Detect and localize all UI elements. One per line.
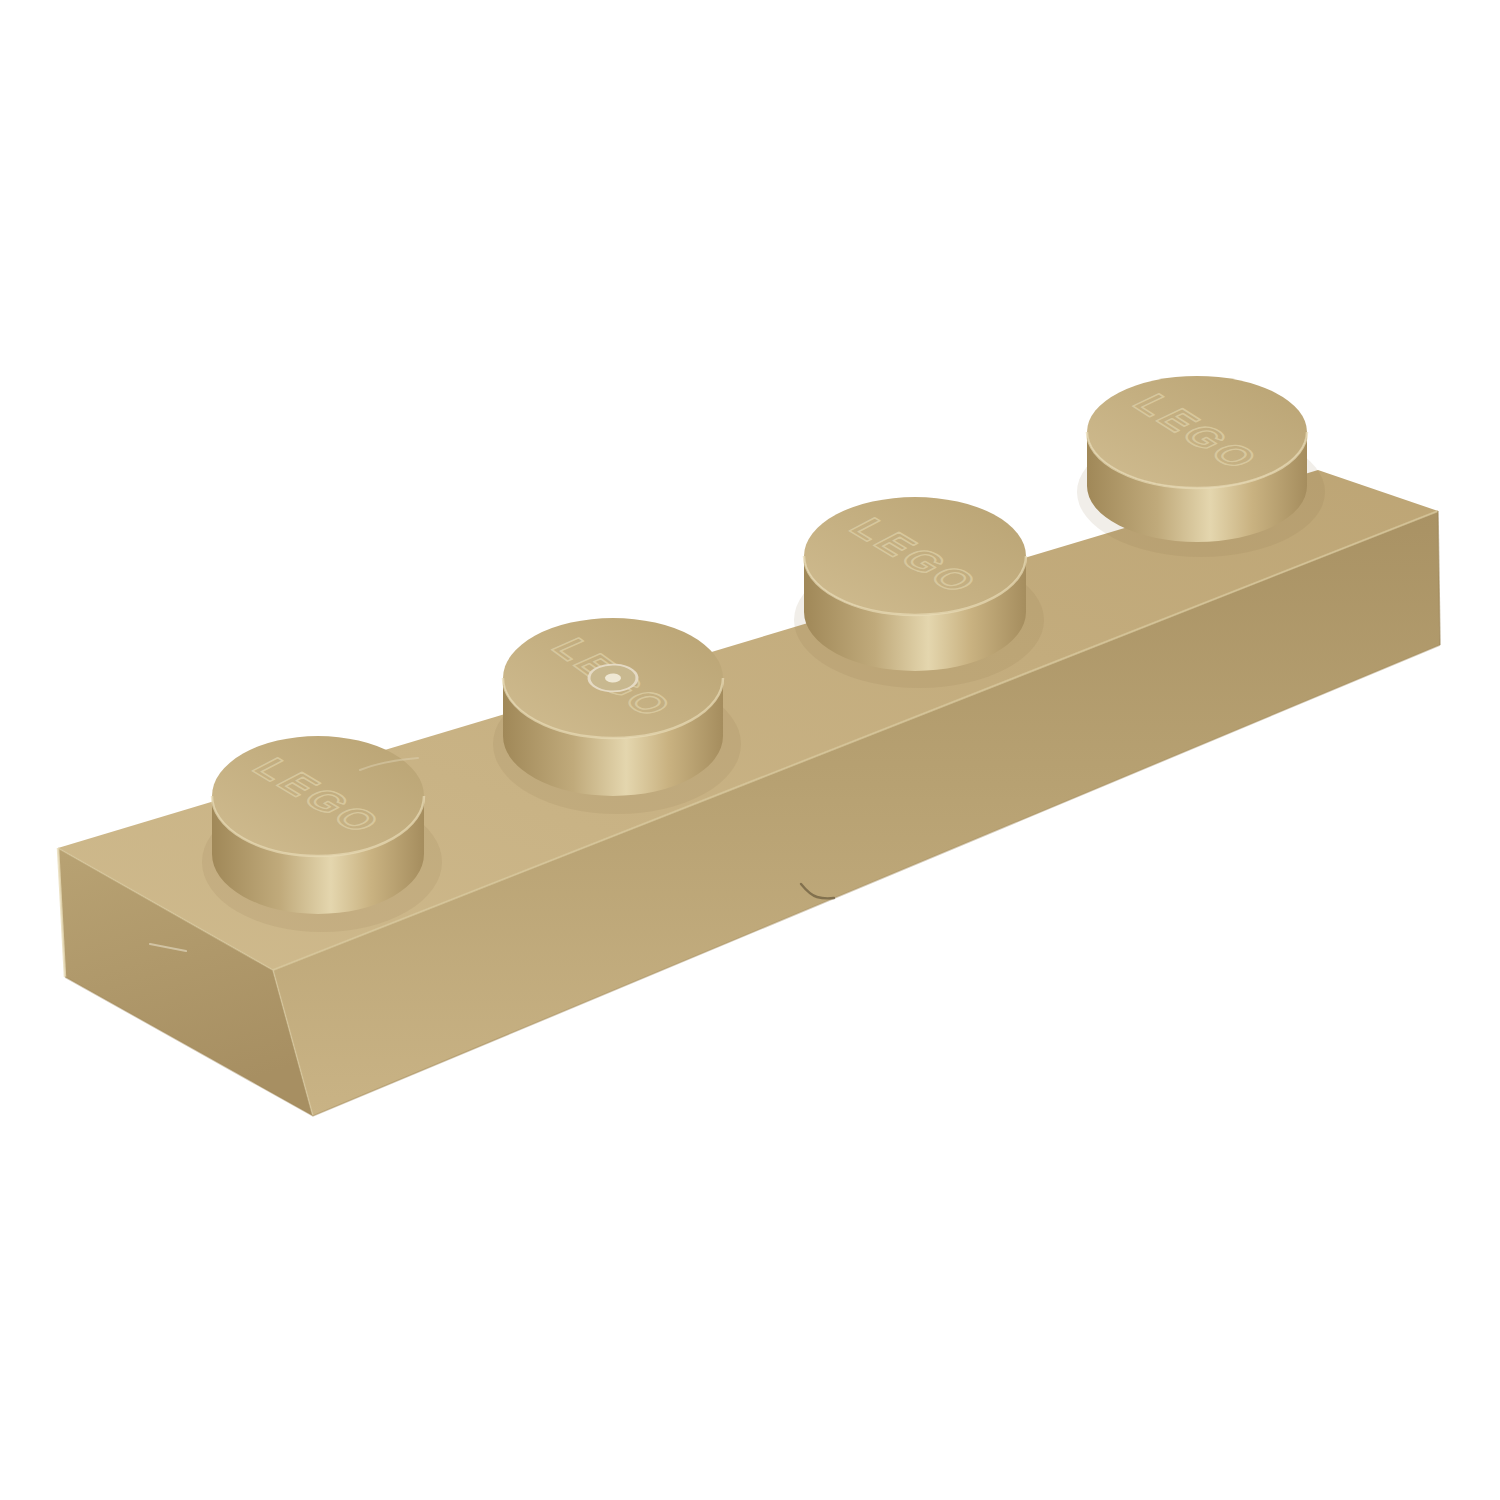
- stud-4: LEGO: [1077, 376, 1325, 557]
- product-photo: LEGO LEGO LEGO LEGO: [0, 0, 1500, 1500]
- stud-3: LEGO: [794, 497, 1044, 688]
- stud-1: LEGO: [202, 736, 442, 932]
- lego-plate-1x4-photo: LEGO LEGO LEGO LEGO: [0, 0, 1500, 1500]
- stud-2: LEGO: [493, 618, 741, 814]
